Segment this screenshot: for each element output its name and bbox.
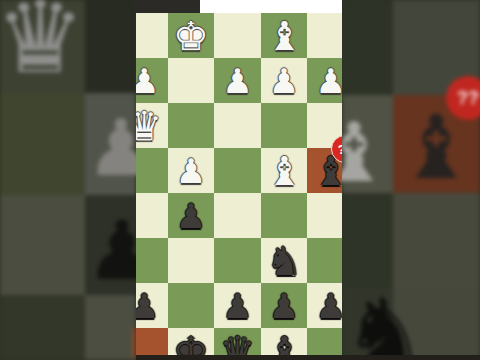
square-f7[interactable]: ♟	[214, 283, 261, 328]
blunder-badge-symbol: ??	[338, 143, 342, 157]
square-e3[interactable]	[261, 103, 308, 148]
video-frame: ♛♟♟ ♝♝♞?? ♚♝♟♟♟♟♛♟♝♝♟♞♟♟♟♟♚♛♝ ??	[0, 0, 480, 360]
square-d2[interactable]: ♟	[307, 58, 342, 103]
bottom-bar	[136, 355, 480, 360]
piece-black-N-e6[interactable]: ♞	[261, 238, 308, 283]
blurred-black-pawn-icon: ♟	[78, 204, 136, 298]
piece-white-P-f2[interactable]: ♟	[214, 58, 261, 103]
blurred-board-square	[0, 195, 85, 295]
square-f2[interactable]: ♟	[214, 58, 261, 103]
square-e2[interactable]: ♟	[261, 58, 308, 103]
square-g4[interactable]: ♟	[168, 148, 215, 193]
blurred-board-square	[0, 93, 85, 195]
blurred-board-square	[342, 0, 393, 95]
blurred-board-square	[342, 193, 393, 287]
chess-board-strip: ♚♝♟♟♟♟♛♟♝♝♟♞♟♟♟♟♚♛♝ ??	[136, 0, 342, 360]
piece-white-P-e2[interactable]: ♟	[261, 58, 308, 103]
piece-white-P-g4[interactable]: ♟	[168, 148, 215, 193]
blurred-black-knight-icon: ♞	[342, 278, 440, 360]
blurred-board-copy-left: ♛♟♟	[0, 0, 136, 360]
top-bar-white-segment	[200, 0, 342, 13]
square-e7[interactable]: ♟	[261, 283, 308, 328]
piece-black-P-d7[interactable]: ♟	[307, 283, 342, 328]
square-d1[interactable]	[307, 13, 342, 58]
square-g6[interactable]	[168, 238, 215, 283]
square-d5[interactable]	[307, 193, 342, 238]
square-g3[interactable]	[168, 103, 215, 148]
square-h3[interactable]: ♛	[136, 103, 168, 148]
square-h1[interactable]	[136, 13, 168, 58]
blurred-background-right: ♝♝♞??	[342, 0, 480, 360]
square-g7[interactable]	[168, 283, 215, 328]
piece-black-P-f7[interactable]: ♟	[214, 283, 261, 328]
blurred-board-square	[85, 295, 136, 360]
square-g5[interactable]: ♟	[168, 193, 215, 238]
square-e4[interactable]: ♝	[261, 148, 308, 193]
blurred-background-left: ♛♟♟	[0, 0, 136, 360]
top-bar-dark-segment	[136, 0, 200, 13]
square-d6[interactable]	[307, 238, 342, 283]
piece-black-P-h7[interactable]: ♟	[136, 283, 168, 328]
square-g1[interactable]: ♚	[168, 13, 215, 58]
square-d7[interactable]: ♟	[307, 283, 342, 328]
piece-white-Q-h3[interactable]: ♛	[136, 103, 168, 148]
piece-white-B-e4[interactable]: ♝	[261, 148, 308, 193]
square-h7[interactable]: ♟	[136, 283, 168, 328]
blurred-board-square	[393, 193, 480, 287]
piece-black-P-e7[interactable]: ♟	[261, 283, 308, 328]
square-f4[interactable]	[214, 148, 261, 193]
blurred-white-queen-icon: ♛	[0, 0, 95, 98]
board: ♚♝♟♟♟♟♛♟♝♝♟♞♟♟♟♟♚♛♝	[136, 13, 342, 360]
square-h2[interactable]: ♟	[136, 58, 168, 103]
piece-black-P-g5[interactable]: ♟	[168, 193, 215, 238]
square-h6[interactable]	[136, 238, 168, 283]
square-e5[interactable]	[261, 193, 308, 238]
square-e6[interactable]: ♞	[261, 238, 308, 283]
square-h4[interactable]	[136, 148, 168, 193]
blurred-board-square	[0, 295, 85, 360]
square-f3[interactable]	[214, 103, 261, 148]
square-e1[interactable]: ♝	[261, 13, 308, 58]
piece-white-B-e1[interactable]: ♝	[261, 13, 308, 58]
blurred-white-pawn-icon: ♟	[78, 102, 136, 194]
piece-white-P-h2[interactable]: ♟	[136, 58, 168, 103]
square-f5[interactable]	[214, 193, 261, 238]
square-h5[interactable]	[136, 193, 168, 238]
piece-white-K-g1[interactable]: ♚	[168, 13, 215, 58]
piece-white-P-d2[interactable]: ♟	[307, 58, 342, 103]
square-f6[interactable]	[214, 238, 261, 283]
blurred-board-copy-right: ♝♝♞??	[342, 0, 480, 360]
square-g2[interactable]	[168, 58, 215, 103]
square-f1[interactable]	[214, 13, 261, 58]
